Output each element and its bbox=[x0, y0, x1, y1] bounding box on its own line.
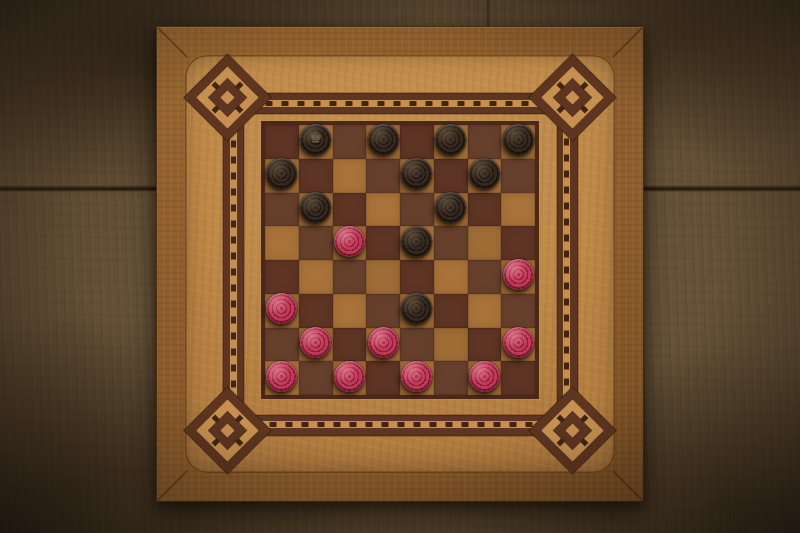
square-r1c5[interactable] bbox=[400, 125, 434, 159]
checker-red[interactable] bbox=[469, 361, 500, 392]
square-r5c5[interactable] bbox=[400, 260, 434, 294]
square-r6c8[interactable] bbox=[501, 294, 535, 328]
square-r8c6[interactable] bbox=[434, 361, 468, 395]
square-r4c6[interactable] bbox=[434, 226, 468, 260]
square-r2c4[interactable] bbox=[366, 159, 400, 193]
checker-red[interactable] bbox=[334, 226, 365, 257]
square-r7c6[interactable] bbox=[434, 328, 468, 362]
square-r1c1[interactable] bbox=[265, 125, 299, 159]
square-r5c4[interactable] bbox=[366, 260, 400, 294]
table-scene: ♚ bbox=[0, 0, 800, 533]
square-r6c2[interactable] bbox=[299, 294, 333, 328]
square-r6c7[interactable] bbox=[468, 294, 502, 328]
square-r7c7[interactable] bbox=[468, 328, 502, 362]
square-r8c2[interactable] bbox=[299, 361, 333, 395]
square-r3c1[interactable] bbox=[265, 193, 299, 227]
square-r5c3[interactable] bbox=[333, 260, 367, 294]
checker-black-king[interactable]: ♚ bbox=[300, 124, 331, 155]
square-r1c7[interactable] bbox=[468, 125, 502, 159]
square-r3c4[interactable] bbox=[366, 193, 400, 227]
square-r8c4[interactable] bbox=[366, 361, 400, 395]
checker-black[interactable] bbox=[368, 124, 399, 155]
table-plank-seam-vertical bbox=[487, 0, 490, 27]
square-r7c5[interactable] bbox=[400, 328, 434, 362]
checker-red[interactable] bbox=[266, 361, 297, 392]
square-r4c8[interactable] bbox=[501, 226, 535, 260]
square-r5c2[interactable] bbox=[299, 260, 333, 294]
square-r3c7[interactable] bbox=[468, 193, 502, 227]
square-r5c7[interactable] bbox=[468, 260, 502, 294]
square-r6c3[interactable] bbox=[333, 294, 367, 328]
square-r4c1[interactable] bbox=[265, 226, 299, 260]
checker-black[interactable] bbox=[300, 192, 331, 223]
checker-red[interactable] bbox=[503, 259, 534, 290]
square-r3c8[interactable] bbox=[501, 193, 535, 227]
square-r2c2[interactable] bbox=[299, 159, 333, 193]
square-r2c6[interactable] bbox=[434, 159, 468, 193]
square-r4c4[interactable] bbox=[366, 226, 400, 260]
checker-red[interactable] bbox=[334, 361, 365, 392]
square-r1c3[interactable] bbox=[333, 125, 367, 159]
square-r4c7[interactable] bbox=[468, 226, 502, 260]
checker-red[interactable] bbox=[503, 327, 534, 358]
checkers-board: ♚ bbox=[156, 26, 644, 502]
square-r8c8[interactable] bbox=[501, 361, 535, 395]
checker-black[interactable] bbox=[435, 192, 466, 223]
square-r5c6[interactable] bbox=[434, 260, 468, 294]
checker-black[interactable] bbox=[503, 124, 534, 155]
square-r2c3[interactable] bbox=[333, 159, 367, 193]
square-r3c3[interactable] bbox=[333, 193, 367, 227]
square-r3c5[interactable] bbox=[400, 193, 434, 227]
square-r5c1[interactable] bbox=[265, 260, 299, 294]
checker-black[interactable] bbox=[401, 226, 432, 257]
square-r6c6[interactable] bbox=[434, 294, 468, 328]
square-r6c4[interactable] bbox=[366, 294, 400, 328]
checker-red[interactable] bbox=[300, 327, 331, 358]
square-r7c1[interactable] bbox=[265, 328, 299, 362]
checkerboard: ♚ bbox=[261, 121, 539, 399]
square-r2c8[interactable] bbox=[501, 159, 535, 193]
checker-red[interactable] bbox=[401, 361, 432, 392]
checker-red[interactable] bbox=[368, 327, 399, 358]
square-r4c2[interactable] bbox=[299, 226, 333, 260]
checker-black[interactable] bbox=[469, 158, 500, 189]
king-crown-icon: ♚ bbox=[300, 123, 331, 154]
square-r7c3[interactable] bbox=[333, 328, 367, 362]
